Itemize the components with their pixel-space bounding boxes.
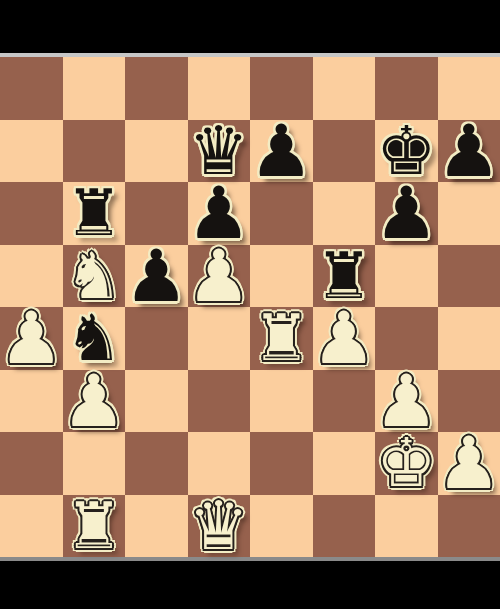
- square-c3[interactable]: [125, 370, 188, 433]
- square-e3[interactable]: [250, 370, 313, 433]
- square-a1[interactable]: [0, 495, 63, 558]
- square-e2[interactable]: [250, 432, 313, 495]
- square-b1[interactable]: ♜: [63, 495, 126, 558]
- square-c5[interactable]: ♟: [125, 245, 188, 308]
- square-e1[interactable]: [250, 495, 313, 558]
- square-d2[interactable]: [188, 432, 251, 495]
- square-b3[interactable]: ♟: [63, 370, 126, 433]
- white-rook[interactable]: ♜: [65, 495, 122, 558]
- black-pawn[interactable]: ♟: [374, 182, 439, 245]
- white-king[interactable]: ♚: [376, 432, 436, 495]
- white-pawn[interactable]: ♟: [186, 245, 251, 308]
- top-letterbox: [0, 0, 500, 53]
- square-a7[interactable]: [0, 120, 63, 183]
- white-rook[interactable]: ♜: [253, 307, 310, 370]
- square-d8[interactable]: [188, 57, 251, 120]
- square-b7[interactable]: [63, 120, 126, 183]
- square-e7[interactable]: ♟: [250, 120, 313, 183]
- white-knight[interactable]: ♞: [65, 245, 122, 308]
- white-pawn[interactable]: ♟: [311, 307, 376, 370]
- black-pawn[interactable]: ♟: [124, 245, 189, 308]
- white-pawn[interactable]: ♟: [0, 307, 64, 370]
- square-g2[interactable]: ♚: [375, 432, 438, 495]
- square-h7[interactable]: ♟: [438, 120, 500, 183]
- square-g6[interactable]: ♟: [375, 182, 438, 245]
- square-c7[interactable]: [125, 120, 188, 183]
- square-b5[interactable]: ♞: [63, 245, 126, 308]
- square-f8[interactable]: [313, 57, 376, 120]
- app-frame: ♛♟♚♟♜♟♟♞♟♟♜♟♞♜♟♟♟♚♟♜♛: [0, 0, 500, 609]
- square-c1[interactable]: [125, 495, 188, 558]
- square-d1[interactable]: ♛: [188, 495, 251, 558]
- square-b6[interactable]: ♜: [63, 182, 126, 245]
- square-a8[interactable]: [0, 57, 63, 120]
- square-h4[interactable]: [438, 307, 500, 370]
- white-pawn[interactable]: ♟: [61, 370, 126, 433]
- square-f4[interactable]: ♟: [313, 307, 376, 370]
- square-c2[interactable]: [125, 432, 188, 495]
- square-a2[interactable]: [0, 432, 63, 495]
- square-g3[interactable]: ♟: [375, 370, 438, 433]
- black-pawn[interactable]: ♟: [436, 120, 500, 183]
- black-rook[interactable]: ♜: [65, 182, 122, 245]
- square-h5[interactable]: [438, 245, 500, 308]
- white-pawn[interactable]: ♟: [374, 370, 439, 433]
- square-a6[interactable]: [0, 182, 63, 245]
- square-f7[interactable]: [313, 120, 376, 183]
- square-d3[interactable]: [188, 370, 251, 433]
- chess-board: ♛♟♚♟♜♟♟♞♟♟♜♟♞♜♟♟♟♚♟♜♛: [0, 57, 500, 557]
- square-e5[interactable]: [250, 245, 313, 308]
- white-queen[interactable]: ♛: [189, 495, 249, 558]
- square-f2[interactable]: [313, 432, 376, 495]
- square-f1[interactable]: [313, 495, 376, 558]
- square-c8[interactable]: [125, 57, 188, 120]
- square-b8[interactable]: [63, 57, 126, 120]
- square-e4[interactable]: ♜: [250, 307, 313, 370]
- white-pawn[interactable]: ♟: [436, 432, 500, 495]
- square-h2[interactable]: ♟: [438, 432, 500, 495]
- square-a4[interactable]: ♟: [0, 307, 63, 370]
- black-pawn[interactable]: ♟: [249, 120, 314, 183]
- square-d5[interactable]: ♟: [188, 245, 251, 308]
- bottom-letterbox: [0, 561, 500, 609]
- square-f6[interactable]: [313, 182, 376, 245]
- square-g1[interactable]: [375, 495, 438, 558]
- square-g8[interactable]: [375, 57, 438, 120]
